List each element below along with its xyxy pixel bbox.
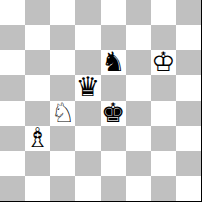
square-c4[interactable]: ♘ (50, 101, 75, 126)
square-e3[interactable] (101, 126, 126, 151)
square-h8[interactable] (176, 0, 201, 25)
square-g4[interactable] (151, 101, 176, 126)
square-a2[interactable] (0, 151, 25, 176)
square-b5[interactable] (25, 75, 50, 100)
square-b8[interactable] (25, 0, 50, 25)
square-f2[interactable] (126, 151, 151, 176)
square-a6[interactable] (0, 50, 25, 75)
black-queen-piece: ♛ (76, 74, 100, 99)
square-h7[interactable] (176, 25, 201, 50)
square-h6[interactable] (176, 50, 201, 75)
white-knight-piece: ♘ (51, 100, 75, 125)
square-a3[interactable] (0, 126, 25, 151)
white-king-piece: ♔ (151, 49, 175, 74)
square-f1[interactable] (126, 176, 151, 201)
square-d5[interactable]: ♛ (75, 75, 100, 100)
square-a1[interactable] (0, 176, 25, 201)
square-c7[interactable] (50, 25, 75, 50)
square-b1[interactable] (25, 176, 50, 201)
square-d7[interactable] (75, 25, 100, 50)
square-h1[interactable] (176, 176, 201, 201)
square-g1[interactable] (151, 176, 176, 201)
square-d3[interactable] (75, 126, 100, 151)
square-e4[interactable]: ♚ (101, 101, 126, 126)
square-a4[interactable] (0, 101, 25, 126)
square-f4[interactable] (126, 101, 151, 126)
black-king-piece: ♚ (101, 100, 125, 125)
square-h5[interactable] (176, 75, 201, 100)
square-c2[interactable] (50, 151, 75, 176)
square-f6[interactable] (126, 50, 151, 75)
square-h3[interactable] (176, 126, 201, 151)
square-g8[interactable] (151, 0, 176, 25)
square-c3[interactable] (50, 126, 75, 151)
square-c1[interactable] (50, 176, 75, 201)
square-e1[interactable] (101, 176, 126, 201)
square-c8[interactable] (50, 0, 75, 25)
square-f5[interactable] (126, 75, 151, 100)
chessboard: ♞♔♛♘♚♗ (0, 0, 202, 202)
square-a5[interactable] (0, 75, 25, 100)
square-g3[interactable] (151, 126, 176, 151)
square-b2[interactable] (25, 151, 50, 176)
square-g6[interactable]: ♔ (151, 50, 176, 75)
square-h4[interactable] (176, 101, 201, 126)
square-e8[interactable] (101, 0, 126, 25)
square-d1[interactable] (75, 176, 100, 201)
square-b6[interactable] (25, 50, 50, 75)
square-b7[interactable] (25, 25, 50, 50)
square-e6[interactable]: ♞ (101, 50, 126, 75)
white-bishop-piece: ♗ (26, 125, 50, 150)
chess-diagram: ♞♔♛♘♚♗ (0, 0, 202, 202)
square-f8[interactable] (126, 0, 151, 25)
square-a8[interactable] (0, 0, 25, 25)
square-f3[interactable] (126, 126, 151, 151)
square-d4[interactable] (75, 101, 100, 126)
square-d2[interactable] (75, 151, 100, 176)
square-g2[interactable] (151, 151, 176, 176)
black-knight-piece: ♞ (101, 49, 125, 74)
square-e2[interactable] (101, 151, 126, 176)
square-a7[interactable] (0, 25, 25, 50)
square-b3[interactable]: ♗ (25, 126, 50, 151)
square-d8[interactable] (75, 0, 100, 25)
square-c6[interactable] (50, 50, 75, 75)
square-h2[interactable] (176, 151, 201, 176)
square-f7[interactable] (126, 25, 151, 50)
square-g5[interactable] (151, 75, 176, 100)
